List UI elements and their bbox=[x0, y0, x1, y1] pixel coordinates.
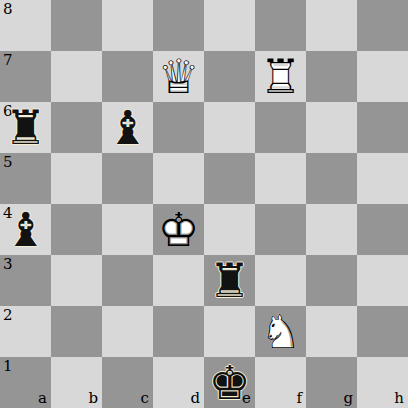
rank-label-3: 3 bbox=[3, 257, 13, 272]
square-g7[interactable] bbox=[306, 51, 357, 102]
file-label-c: c bbox=[141, 391, 149, 406]
square-h5[interactable] bbox=[357, 153, 408, 204]
square-a1[interactable]: 1a bbox=[0, 357, 51, 408]
square-b3[interactable] bbox=[51, 255, 102, 306]
piece-white-queen-d7[interactable]: ♛♕ bbox=[153, 51, 204, 102]
square-g1[interactable]: g bbox=[306, 357, 357, 408]
file-label-f: f bbox=[296, 391, 302, 406]
piece-white-knight-f2[interactable]: ♞♘ bbox=[255, 306, 306, 357]
square-h8[interactable] bbox=[357, 0, 408, 51]
piece-white-rook-f7[interactable]: ♜♖ bbox=[255, 51, 306, 102]
square-d2[interactable] bbox=[153, 306, 204, 357]
square-a2[interactable]: 2 bbox=[0, 306, 51, 357]
rank-label-1: 1 bbox=[3, 359, 13, 374]
square-h1[interactable]: h bbox=[357, 357, 408, 408]
square-d6[interactable] bbox=[153, 102, 204, 153]
square-b2[interactable] bbox=[51, 306, 102, 357]
white-rook-glyph-outline: ♖ bbox=[255, 51, 306, 102]
square-h3[interactable] bbox=[357, 255, 408, 306]
square-f1[interactable]: f bbox=[255, 357, 306, 408]
square-c5[interactable] bbox=[102, 153, 153, 204]
square-b8[interactable] bbox=[51, 0, 102, 51]
square-a8[interactable]: 8 bbox=[0, 0, 51, 51]
white-queen-glyph-outline: ♕ bbox=[153, 51, 204, 102]
white-knight-glyph-outline: ♘ bbox=[255, 306, 306, 357]
piece-black-rook-a6[interactable]: ♜ bbox=[0, 102, 51, 153]
square-h2[interactable] bbox=[357, 306, 408, 357]
square-e7[interactable] bbox=[204, 51, 255, 102]
square-e6[interactable] bbox=[204, 102, 255, 153]
square-g8[interactable] bbox=[306, 0, 357, 51]
chess-board: 87♛♕♜♖6♜♝54♝♚♔3♜2♞♘1abcde♚fgh bbox=[0, 0, 408, 408]
square-a6[interactable]: 6♜ bbox=[0, 102, 51, 153]
square-g5[interactable] bbox=[306, 153, 357, 204]
square-h7[interactable] bbox=[357, 51, 408, 102]
square-e5[interactable] bbox=[204, 153, 255, 204]
square-e3[interactable]: ♜ bbox=[204, 255, 255, 306]
black-king-glyph: ♚ bbox=[204, 357, 255, 408]
square-e2[interactable] bbox=[204, 306, 255, 357]
square-h4[interactable] bbox=[357, 204, 408, 255]
square-b5[interactable] bbox=[51, 153, 102, 204]
file-label-h: h bbox=[394, 391, 404, 406]
square-e1[interactable]: e♚ bbox=[204, 357, 255, 408]
square-c4[interactable] bbox=[102, 204, 153, 255]
square-f3[interactable] bbox=[255, 255, 306, 306]
file-label-a: a bbox=[38, 391, 47, 406]
square-c6[interactable]: ♝ bbox=[102, 102, 153, 153]
square-c2[interactable] bbox=[102, 306, 153, 357]
square-f4[interactable] bbox=[255, 204, 306, 255]
rank-label-7: 7 bbox=[3, 53, 13, 68]
square-f2[interactable]: ♞♘ bbox=[255, 306, 306, 357]
rank-label-2: 2 bbox=[3, 308, 13, 323]
square-e8[interactable] bbox=[204, 0, 255, 51]
black-bishop-glyph: ♝ bbox=[0, 204, 51, 255]
square-g3[interactable] bbox=[306, 255, 357, 306]
rank-label-8: 8 bbox=[3, 2, 13, 17]
square-c3[interactable] bbox=[102, 255, 153, 306]
square-c1[interactable]: c bbox=[102, 357, 153, 408]
piece-black-bishop-c6[interactable]: ♝ bbox=[102, 102, 153, 153]
square-f7[interactable]: ♜♖ bbox=[255, 51, 306, 102]
square-b7[interactable] bbox=[51, 51, 102, 102]
square-d4[interactable]: ♚♔ bbox=[153, 204, 204, 255]
square-a3[interactable]: 3 bbox=[0, 255, 51, 306]
file-label-g: g bbox=[343, 391, 353, 406]
square-c8[interactable] bbox=[102, 0, 153, 51]
square-c7[interactable] bbox=[102, 51, 153, 102]
rank-label-5: 5 bbox=[3, 155, 13, 170]
square-d1[interactable]: d bbox=[153, 357, 204, 408]
square-h6[interactable] bbox=[357, 102, 408, 153]
file-label-d: d bbox=[190, 391, 200, 406]
square-d5[interactable] bbox=[153, 153, 204, 204]
file-label-b: b bbox=[88, 391, 98, 406]
square-a4[interactable]: 4♝ bbox=[0, 204, 51, 255]
square-a7[interactable]: 7 bbox=[0, 51, 51, 102]
square-d8[interactable] bbox=[153, 0, 204, 51]
square-a5[interactable]: 5 bbox=[0, 153, 51, 204]
square-e4[interactable] bbox=[204, 204, 255, 255]
square-g6[interactable] bbox=[306, 102, 357, 153]
piece-black-rook-e3[interactable]: ♜ bbox=[204, 255, 255, 306]
square-b6[interactable] bbox=[51, 102, 102, 153]
black-rook-glyph: ♜ bbox=[204, 255, 255, 306]
square-d3[interactable] bbox=[153, 255, 204, 306]
square-g2[interactable] bbox=[306, 306, 357, 357]
square-f6[interactable] bbox=[255, 102, 306, 153]
piece-white-king-d4[interactable]: ♚♔ bbox=[153, 204, 204, 255]
square-f8[interactable] bbox=[255, 0, 306, 51]
square-b4[interactable] bbox=[51, 204, 102, 255]
square-b1[interactable]: b bbox=[51, 357, 102, 408]
piece-black-bishop-a4[interactable]: ♝ bbox=[0, 204, 51, 255]
white-king-glyph-outline: ♔ bbox=[153, 204, 204, 255]
square-f5[interactable] bbox=[255, 153, 306, 204]
black-bishop-glyph: ♝ bbox=[102, 102, 153, 153]
black-rook-glyph: ♜ bbox=[0, 102, 51, 153]
square-g4[interactable] bbox=[306, 204, 357, 255]
square-d7[interactable]: ♛♕ bbox=[153, 51, 204, 102]
piece-black-king-e1[interactable]: ♚ bbox=[204, 357, 255, 408]
